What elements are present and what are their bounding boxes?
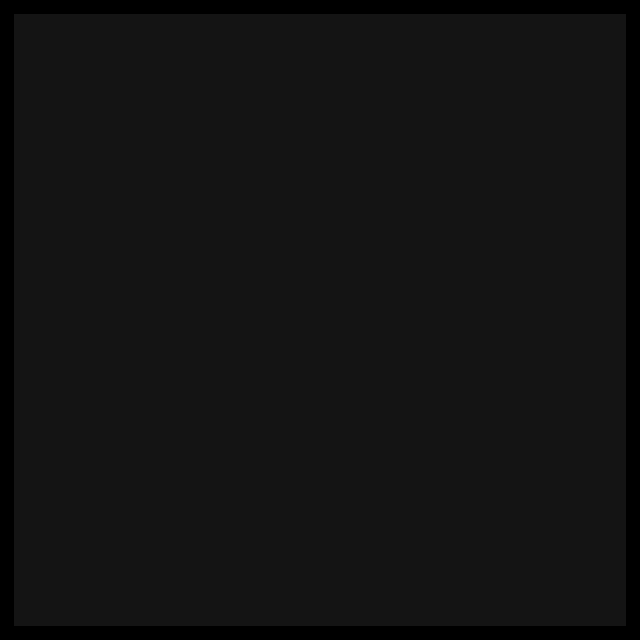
chess-board (14, 14, 626, 626)
board-frame (0, 0, 640, 640)
